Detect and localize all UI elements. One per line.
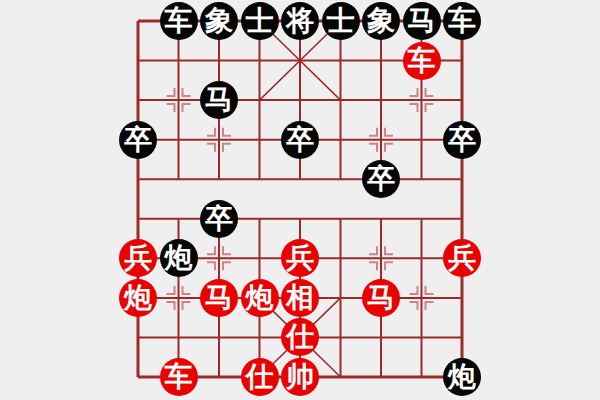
piece-black-soldier[interactable]: 卒 <box>119 121 157 159</box>
piece-red-soldier[interactable]: 兵 <box>281 239 319 277</box>
piece-black-soldier[interactable]: 卒 <box>443 121 481 159</box>
piece-red-cannon[interactable]: 炮 <box>119 279 157 317</box>
piece-black-elephant[interactable]: 象 <box>200 2 238 40</box>
piece-red-chariot[interactable]: 车 <box>403 42 441 80</box>
piece-red-advisor[interactable]: 仕 <box>241 358 279 396</box>
piece-black-cannon[interactable]: 炮 <box>160 239 198 277</box>
piece-black-advisor[interactable]: 士 <box>322 2 360 40</box>
piece-black-elephant[interactable]: 象 <box>362 2 400 40</box>
piece-red-cannon[interactable]: 炮 <box>241 279 279 317</box>
piece-red-horse[interactable]: 马 <box>200 279 238 317</box>
piece-red-horse[interactable]: 马 <box>362 279 400 317</box>
xiangqi-app: 车象士将士象马车车马卒卒卒卒卒兵炮兵兵炮马炮相马仕车仕帅炮 <box>0 0 600 400</box>
piece-black-chariot[interactable]: 车 <box>443 2 481 40</box>
piece-black-soldier[interactable]: 卒 <box>362 160 400 198</box>
piece-red-soldier[interactable]: 兵 <box>119 239 157 277</box>
piece-black-horse[interactable]: 马 <box>403 2 441 40</box>
piece-black-advisor[interactable]: 士 <box>241 2 279 40</box>
piece-black-chariot[interactable]: 车 <box>160 2 198 40</box>
piece-black-soldier[interactable]: 卒 <box>200 200 238 238</box>
xiangqi-board[interactable]: 车象士将士象马车车马卒卒卒卒卒兵炮兵兵炮马炮相马仕车仕帅炮 <box>0 0 600 400</box>
piece-red-elephant[interactable]: 相 <box>281 279 319 317</box>
piece-red-soldier[interactable]: 兵 <box>443 239 481 277</box>
piece-black-cannon[interactable]: 炮 <box>443 358 481 396</box>
piece-black-soldier[interactable]: 卒 <box>281 121 319 159</box>
piece-red-chariot[interactable]: 车 <box>160 358 198 396</box>
piece-red-advisor[interactable]: 仕 <box>281 318 319 356</box>
piece-black-horse[interactable]: 马 <box>200 81 238 119</box>
piece-black-general[interactable]: 将 <box>281 2 319 40</box>
piece-red-general[interactable]: 帅 <box>281 358 319 396</box>
